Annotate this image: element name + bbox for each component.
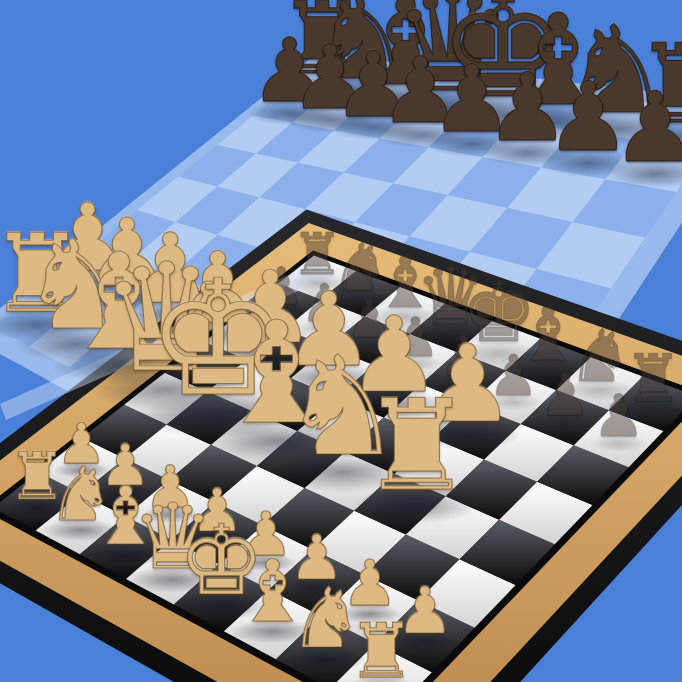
- white-rook-glyph: ♜: [360, 383, 473, 509]
- black-pawn-glyph: ♟: [593, 387, 645, 445]
- wooden-black-pawn-h7[interactable]: ♟: [593, 387, 645, 445]
- white-rook-glyph: ♜: [347, 614, 415, 682]
- black-pawn-glyph: ♟: [611, 79, 682, 176]
- scene-background: { "game": "chess", "scene": { "descripti…: [0, 0, 682, 682]
- pieces-layer: ♜♞♝♛♚♟♝♟♞♟♜♟♟♟♟♟♟♜♟♞♟♟♝♜♟♟♛♞♟♚♟♝♟♝♟♛♟♞♟♟…: [0, 0, 682, 682]
- black-pawn-glyph: ♟: [539, 367, 590, 424]
- floating-blue-black-pawn-h7[interactable]: ♟: [611, 79, 682, 176]
- wooden-black-pawn-g7[interactable]: ♟: [539, 367, 590, 424]
- wooden-white-rook-h1[interactable]: ♜: [347, 614, 415, 682]
- chess-scene: ♜♞♝♛♚♟♝♟♞♟♜♟♟♟♟♟♟♜♟♞♟♟♝♜♟♟♛♞♟♚♟♝♟♝♟♛♟♞♟♟…: [0, 0, 682, 682]
- floating-blue-white-rook-h1[interactable]: ♜: [360, 383, 473, 509]
